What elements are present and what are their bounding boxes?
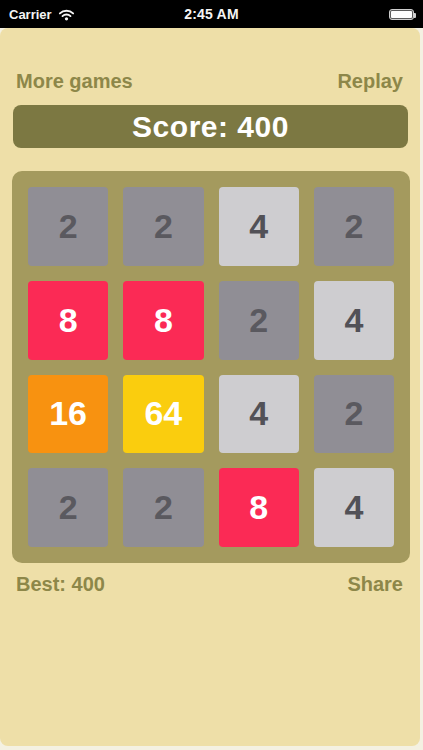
battery-cap: [414, 13, 416, 18]
board[interactable]: 224288241664422284: [12, 171, 410, 563]
tile-r2c2: 8: [123, 281, 203, 360]
tile-r2c4: 4: [314, 281, 394, 360]
tile-r4c1: 2: [28, 468, 108, 547]
clock-label: 2:45 AM: [0, 6, 423, 22]
tile-r3c3: 4: [219, 375, 299, 454]
share-button[interactable]: Share: [347, 573, 403, 596]
battery-icon: [389, 9, 414, 20]
score-label: Score: 400: [132, 110, 289, 144]
tile-r3c1: 16: [28, 375, 108, 454]
app-area: More games Replay Score: 400 22428824166…: [0, 28, 420, 746]
tile-r1c3: 4: [219, 187, 299, 266]
tile-r1c4: 2: [314, 187, 394, 266]
tile-r3c2: 64: [123, 375, 203, 454]
tile-r4c2: 2: [123, 468, 203, 547]
top-nav: More games Replay: [0, 70, 420, 93]
tile-r1c2: 2: [123, 187, 203, 266]
more-games-button[interactable]: More games: [16, 70, 133, 93]
battery-level: [391, 11, 412, 18]
tile-r4c4: 4: [314, 468, 394, 547]
tile-r4c3: 8: [219, 468, 299, 547]
status-bar: Carrier 2:45 AM: [0, 0, 423, 28]
tile-r2c1: 8: [28, 281, 108, 360]
bottom-nav: Best: 400 Share: [0, 573, 420, 596]
tile-r2c3: 2: [219, 281, 299, 360]
best-score-label: Best: 400: [16, 573, 105, 596]
tile-r3c4: 2: [314, 375, 394, 454]
score-banner: Score: 400: [13, 105, 408, 148]
screen: Carrier 2:45 AM More games Replay Score:…: [0, 0, 423, 750]
replay-button[interactable]: Replay: [337, 70, 403, 93]
tile-r1c1: 2: [28, 187, 108, 266]
status-bar-right: [389, 9, 414, 20]
